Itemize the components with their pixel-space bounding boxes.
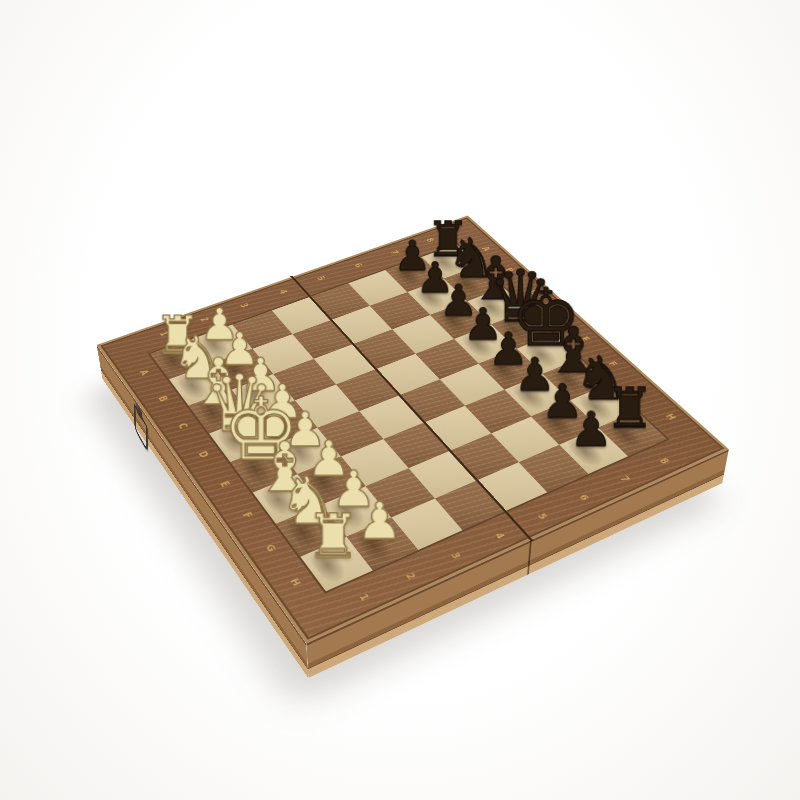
square-h1: ♜: [300, 537, 372, 591]
coordinate-label: 4: [275, 287, 291, 297]
chess-board: ♜♞♝♛♚♝♞♜♟♟♟♟♟♟♟♟♟♟♟♟♟♟♟♟♜♞♝♛♚♝♞♜ AABBCCD…: [97, 215, 729, 643]
coordinate-label: H: [285, 574, 305, 590]
black-pawn: ♟: [550, 407, 632, 451]
coordinate-label: F: [238, 508, 257, 522]
coordinate-label: E: [215, 478, 233, 492]
coordinate-label: 5: [313, 274, 329, 284]
product-photo-scene: ♜♞♝♛♚♝♞♜♟♟♟♟♟♟♟♟♟♟♟♟♟♟♟♟♜♞♝♛♚♝♞♜ AABBCCD…: [0, 0, 800, 800]
white-rook: ♜: [289, 509, 378, 565]
coordinate-label: 5: [533, 509, 553, 523]
coordinate-label: G: [261, 541, 280, 556]
coordinate-label: 7: [615, 472, 634, 486]
box-halves-seam: [527, 540, 532, 575]
folding-chess-set: ♜♞♝♛♚♝♞♜♟♟♟♟♟♟♟♟♟♟♟♟♟♟♟♟♜♞♝♛♚♝♞♜ AABBCCD…: [97, 215, 729, 643]
coordinate-label: 1: [354, 589, 374, 605]
coordinate-label: 3: [446, 548, 466, 563]
coordinate-label: 6: [350, 261, 366, 271]
square-h7: ♟: [559, 428, 628, 474]
coordinate-label: D: [194, 448, 212, 461]
coordinate-label: 4: [490, 528, 510, 543]
square-f5: [425, 406, 492, 451]
coordinate-label: A: [135, 367, 151, 379]
coordinate-label: C: [174, 420, 191, 433]
coordinate-label: 2: [401, 568, 421, 584]
coordinate-label: 8: [654, 455, 673, 468]
coordinate-label: B: [154, 393, 171, 405]
coordinate-label: 6: [574, 491, 593, 505]
perspective-stage: ♜♞♝♛♚♝♞♜♟♟♟♟♟♟♟♟♟♟♟♟♟♟♟♟♜♞♝♛♚♝♞♜ AABBCCD…: [0, 0, 800, 800]
